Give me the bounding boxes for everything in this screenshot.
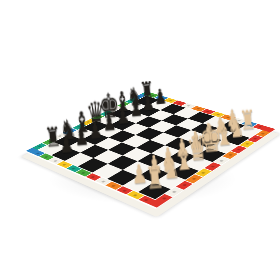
play-area	[39, 96, 262, 199]
square-b4[interactable]	[108, 156, 137, 170]
square-d3[interactable]	[151, 145, 180, 159]
square-b6[interactable]	[80, 145, 108, 158]
border-cell	[39, 153, 54, 160]
square-e2[interactable]	[180, 143, 209, 156]
square-b1[interactable]	[154, 173, 185, 189]
chess-board: ♜♞♝♛♚♝♞♜♟♟♟♟♟♟♟♟♟♟♟♟♟♟♟♟♜♞♝♛♚♝♞♜	[23, 91, 277, 209]
square-a5[interactable]	[78, 158, 107, 172]
border-corner	[263, 127, 275, 132]
square-b5[interactable]	[93, 150, 122, 164]
border-strip-bottom	[155, 130, 270, 203]
square-a7[interactable]	[51, 147, 79, 160]
square-e1[interactable]	[196, 148, 225, 162]
square-c1[interactable]	[168, 165, 199, 180]
square-a3[interactable]	[107, 170, 138, 185]
square-c5[interactable]	[108, 142, 136, 155]
square-a6[interactable]	[65, 153, 94, 167]
square-b3[interactable]	[122, 161, 152, 176]
square-d1[interactable]	[182, 156, 212, 171]
square-f1[interactable]	[209, 140, 238, 153]
square-e3[interactable]	[165, 138, 193, 151]
square-a1[interactable]	[138, 183, 170, 200]
product-photo: ♜♞♝♛♚♝♞♜♟♟♟♟♟♟♟♟♟♟♟♟♟♟♟♟♜♞♝♛♚♝♞♜	[0, 0, 280, 280]
square-b2[interactable]	[138, 167, 169, 182]
border-cell	[48, 157, 63, 164]
square-a2[interactable]	[122, 176, 153, 192]
square-c2[interactable]	[152, 159, 182, 174]
square-c4[interactable]	[122, 148, 151, 162]
border-cell	[31, 150, 46, 157]
border-strip-left	[31, 150, 156, 205]
square-f2[interactable]	[193, 135, 221, 148]
square-d4[interactable]	[136, 140, 164, 153]
border-corner	[25, 148, 37, 154]
square-c3[interactable]	[137, 153, 166, 167]
square-a4[interactable]	[92, 164, 122, 179]
square-d2[interactable]	[166, 151, 195, 165]
square-g1[interactable]	[221, 133, 249, 146]
board-frame	[23, 91, 277, 209]
